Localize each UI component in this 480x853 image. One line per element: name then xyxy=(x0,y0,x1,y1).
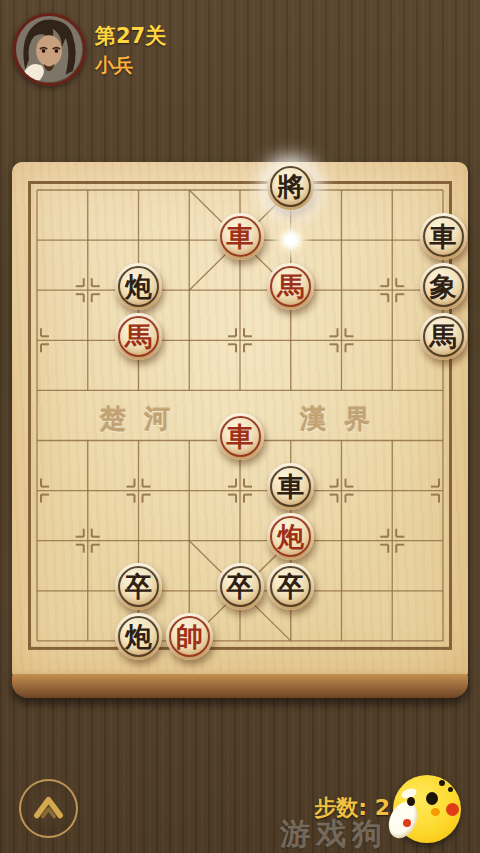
player-avatar[interactable] xyxy=(13,13,86,86)
piece-glyph: 象 xyxy=(420,263,467,310)
piece-車-red[interactable]: 車 xyxy=(217,413,264,460)
piece-馬-red[interactable]: 馬 xyxy=(115,313,162,360)
level-subtitle: 小兵 xyxy=(95,53,133,79)
piece-車-black[interactable]: 車 xyxy=(420,213,467,260)
piece-炮-red[interactable]: 炮 xyxy=(267,513,314,560)
piece-glyph: 卒 xyxy=(267,563,314,610)
piece-glyph: 卒 xyxy=(217,563,264,610)
piece-馬-red[interactable]: 馬 xyxy=(267,263,314,310)
header: 第27关 小兵 xyxy=(0,0,480,100)
piece-glyph: 炮 xyxy=(115,263,162,310)
chick-right-eye xyxy=(426,792,438,805)
mascot-chick-button[interactable] xyxy=(393,775,461,843)
piece-馬-black[interactable]: 馬 xyxy=(420,313,467,360)
chick-beak xyxy=(431,808,440,816)
piece-glyph: 車 xyxy=(420,213,467,260)
river-label-right: 漢界 xyxy=(300,402,388,437)
piece-卒-black[interactable]: 卒 xyxy=(217,563,264,610)
piece-glyph: 馬 xyxy=(420,313,467,360)
piece-glyph: 馬 xyxy=(267,263,314,310)
piece-車-red[interactable]: 車 xyxy=(217,213,264,260)
chick-head-dot xyxy=(439,780,445,786)
piece-glyph: 車 xyxy=(217,213,264,260)
piece-帥-red[interactable]: 帥 xyxy=(166,613,213,660)
chick-left-eye xyxy=(407,797,415,806)
xiangqi-board: 楚河 漢界 將車車炮馬象馬馬車車炮卒卒卒炮帥 xyxy=(12,162,468,699)
piece-將-black[interactable]: 將 xyxy=(267,163,314,210)
piece-glyph: 卒 xyxy=(115,563,162,610)
chick-cheek xyxy=(446,803,459,816)
piece-glyph: 炮 xyxy=(267,513,314,560)
site-watermark: 游戏狗 xyxy=(280,814,388,853)
piece-象-black[interactable]: 象 xyxy=(420,263,467,310)
chick-head-dot xyxy=(448,787,453,792)
piece-glyph: 車 xyxy=(217,413,264,460)
chick-chest-dot xyxy=(403,819,411,827)
piece-炮-black[interactable]: 炮 xyxy=(115,613,162,660)
piece-glyph: 帥 xyxy=(166,613,213,660)
board-front-edge xyxy=(12,674,468,698)
piece-炮-black[interactable]: 炮 xyxy=(115,263,162,310)
piece-glyph: 炮 xyxy=(115,613,162,660)
piece-glyph: 車 xyxy=(267,463,314,510)
up-chevron-icon xyxy=(21,781,76,836)
piece-車-black[interactable]: 車 xyxy=(267,463,314,510)
expand-menu-button[interactable] xyxy=(19,779,78,838)
piece-卒-black[interactable]: 卒 xyxy=(115,563,162,610)
warrior-portrait xyxy=(16,16,83,83)
piece-glyph: 馬 xyxy=(115,313,162,360)
piece-glyph: 將 xyxy=(267,163,314,210)
river-label-left: 楚河 xyxy=(100,402,188,437)
level-label: 第27关 xyxy=(95,22,166,50)
piece-卒-black[interactable]: 卒 xyxy=(267,563,314,610)
